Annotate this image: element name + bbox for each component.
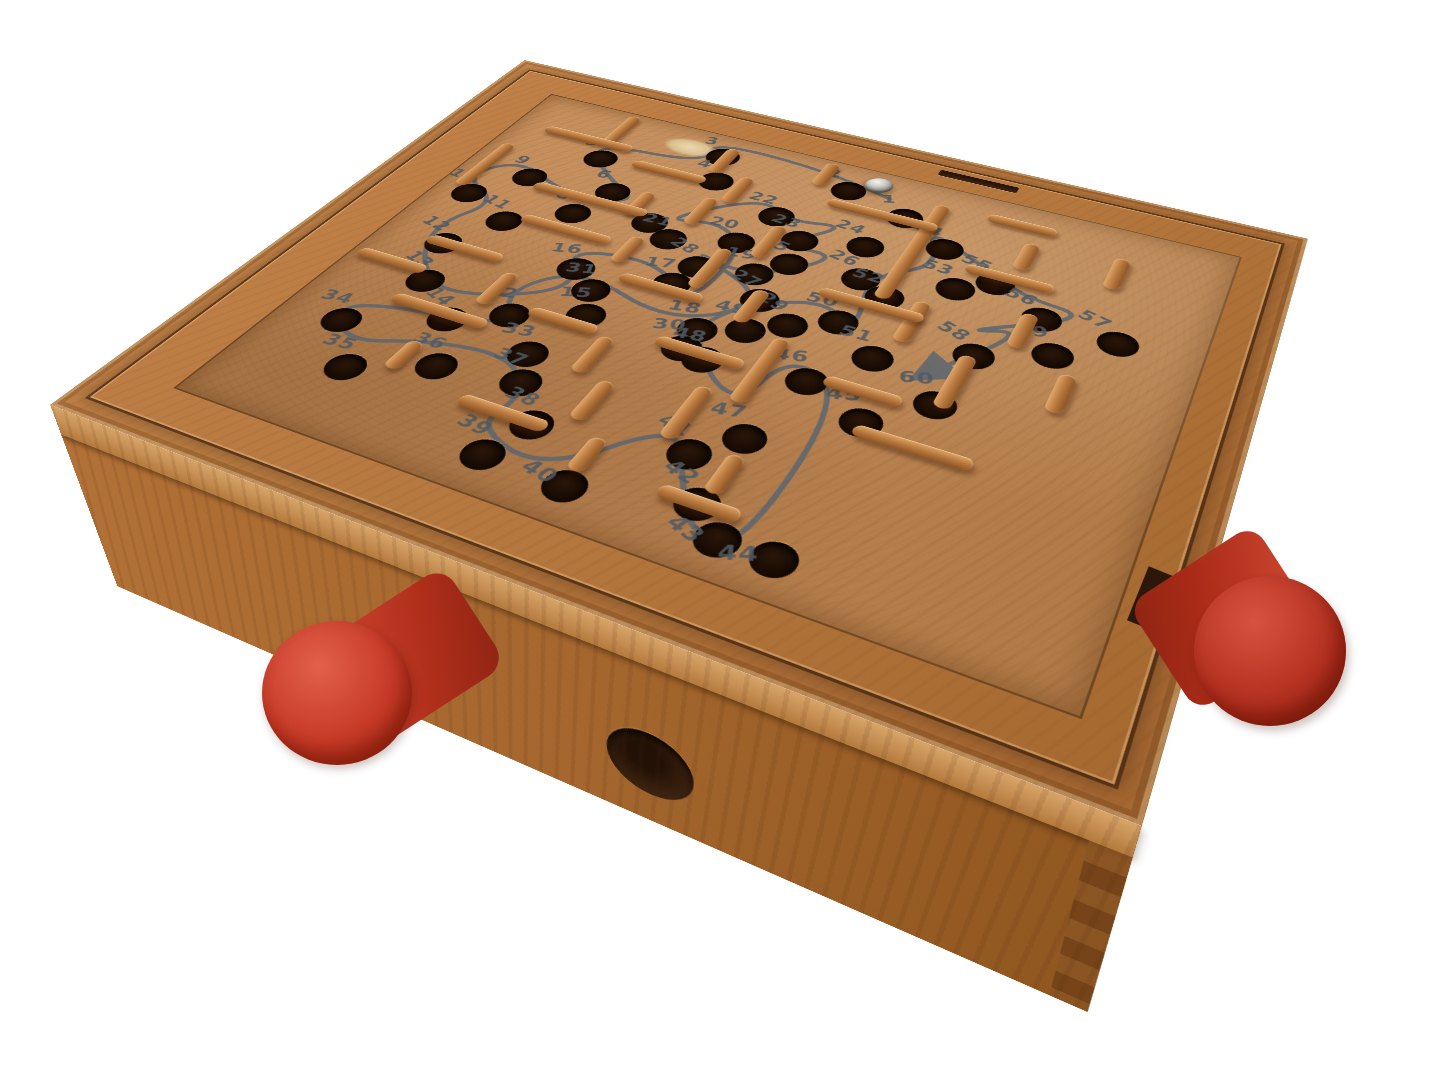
hole-59: [1026, 339, 1078, 373]
hole-number: 33: [498, 319, 540, 340]
hole-46: [778, 364, 834, 400]
hole-44: [742, 536, 808, 584]
hole-number: 36: [408, 329, 452, 352]
hole-number: 38: [500, 383, 547, 410]
hole-42: [664, 482, 728, 526]
photo-backdrop: 1234567891011121314151617181920212223242…: [0, 0, 1445, 1084]
maze-wall: [382, 339, 426, 370]
hole-number: 44: [716, 541, 760, 566]
hole-40: [533, 465, 598, 508]
maze-wall: [567, 379, 616, 421]
maze-wall: [820, 375, 904, 408]
hole-number: 41: [653, 410, 700, 440]
hole-number: 58: [933, 318, 977, 344]
left-tilt-knob[interactable]: [262, 595, 492, 775]
ball-exit-hole: [604, 715, 694, 813]
finger-joints-front: [1049, 840, 1132, 1012]
hole-36: [407, 349, 466, 384]
hole-37: [490, 365, 549, 401]
hole-51: [845, 342, 899, 376]
hole-48: [674, 343, 730, 377]
hole-number: 35: [318, 330, 363, 353]
maze-wall: [654, 483, 745, 524]
hole-49: [718, 315, 772, 347]
hole-number: 60: [898, 368, 935, 388]
hole-number: 30: [651, 315, 689, 333]
maze-wall: [565, 436, 609, 473]
maze-wall: [657, 385, 714, 441]
hole-45: [832, 404, 890, 442]
hole-number: 47: [708, 398, 751, 421]
hole-33: [499, 338, 557, 372]
hole-58: [947, 339, 1000, 373]
maze-wall: [454, 393, 551, 433]
hole-57: [1092, 328, 1143, 361]
hole-35: [314, 350, 375, 385]
left-knob-cap[interactable]: [262, 621, 412, 765]
hole-60: [907, 387, 963, 424]
maze-wall: [1005, 312, 1039, 349]
right-knob-cap[interactable]: [1194, 576, 1346, 726]
hole-number: 1: [882, 193, 898, 206]
maze-wall: [728, 337, 792, 404]
hole-18: [670, 314, 725, 346]
hole-number: 39: [451, 410, 499, 439]
right-tilt-knob[interactable]: [1148, 540, 1348, 730]
hole-43: [685, 516, 750, 563]
hole-number: 43: [660, 510, 711, 547]
hole-47: [714, 419, 774, 459]
hole-number: 46: [772, 345, 811, 365]
hole-41: [659, 434, 720, 475]
maze-wall: [850, 423, 976, 471]
hole-number: 59: [1014, 322, 1051, 340]
maze-wall: [702, 453, 747, 496]
hole-number: 15: [558, 284, 595, 300]
hole-38: [501, 406, 563, 445]
hole-number: 42: [658, 456, 707, 489]
hole-30: [653, 332, 709, 366]
maze-wall: [569, 336, 616, 375]
hole-number: 37: [489, 344, 534, 369]
hole-number: 16: [549, 240, 586, 256]
hole-number: 51: [835, 322, 877, 345]
hole-39: [451, 435, 515, 476]
maze-wall: [1043, 373, 1078, 415]
maze-wall: [930, 354, 977, 411]
maze-wall: [652, 335, 747, 371]
hole-number: 45: [825, 384, 863, 404]
hole-number: 48: [669, 324, 710, 345]
hole-number: 40: [515, 455, 564, 487]
labyrinth-box: 1234567891011121314151617181920212223242…: [50, 60, 1308, 826]
